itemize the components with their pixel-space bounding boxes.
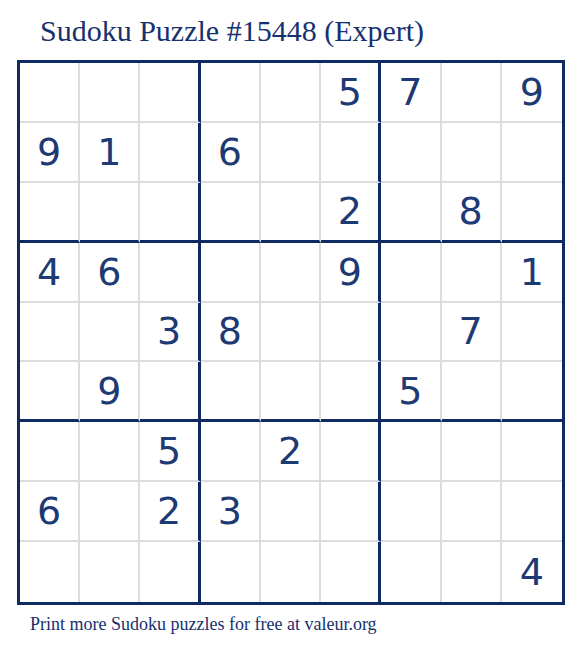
cell-r2c2: 1 [80,123,140,183]
cell-r3c8: 8 [442,183,502,243]
cell-r8c9[interactable] [502,482,562,542]
cell-r4c5[interactable] [261,243,321,303]
cell-r8c5[interactable] [261,482,321,542]
cell-r9c7[interactable] [381,542,441,602]
cell-r9c2[interactable] [80,542,140,602]
cell-r2c3[interactable] [140,123,200,183]
cell-r3c6: 2 [321,183,381,243]
cell-r7c2[interactable] [80,422,140,482]
page-title: Sudoku Puzzle #15448 (Expert) [40,14,424,48]
cell-r3c2[interactable] [80,183,140,243]
cell-r9c5[interactable] [261,542,321,602]
cell-r1c6: 5 [321,63,381,123]
cell-r5c7[interactable] [381,303,441,363]
cell-r7c4[interactable] [201,422,261,482]
cell-r5c8: 7 [442,303,502,363]
sudoku-board: 57991628469138795526234 [17,60,565,605]
cell-r2c7[interactable] [381,123,441,183]
footer-text: Print more Sudoku puzzles for free at va… [30,614,377,635]
cell-r3c3[interactable] [140,183,200,243]
cell-r1c7: 7 [381,63,441,123]
cell-r1c2[interactable] [80,63,140,123]
cell-r5c5[interactable] [261,303,321,363]
cell-r5c3: 3 [140,303,200,363]
cell-r6c8[interactable] [442,362,502,422]
cell-r8c2[interactable] [80,482,140,542]
cell-r8c7[interactable] [381,482,441,542]
cell-r5c6[interactable] [321,303,381,363]
cell-r2c9[interactable] [502,123,562,183]
cell-r2c6[interactable] [321,123,381,183]
cell-r7c7[interactable] [381,422,441,482]
cell-r1c4[interactable] [201,63,261,123]
cell-r3c9[interactable] [502,183,562,243]
cell-r6c6[interactable] [321,362,381,422]
cell-r5c4: 8 [201,303,261,363]
cell-r2c8[interactable] [442,123,502,183]
cell-r2c4: 6 [201,123,261,183]
cell-r3c1[interactable] [20,183,80,243]
cell-r7c1[interactable] [20,422,80,482]
cell-r5c1[interactable] [20,303,80,363]
cell-r5c2[interactable] [80,303,140,363]
cell-r7c8[interactable] [442,422,502,482]
cell-r6c3[interactable] [140,362,200,422]
cell-r4c4[interactable] [201,243,261,303]
cell-r4c3[interactable] [140,243,200,303]
page-root: Sudoku Puzzle #15448 (Expert) 5799162846… [0,0,580,651]
cell-r7c3: 5 [140,422,200,482]
cell-r1c9: 9 [502,63,562,123]
cell-r6c1[interactable] [20,362,80,422]
cell-r4c1: 4 [20,243,80,303]
cell-r7c9[interactable] [502,422,562,482]
cell-r9c9: 4 [502,542,562,602]
cell-r1c5[interactable] [261,63,321,123]
cell-r9c6[interactable] [321,542,381,602]
cell-r1c3[interactable] [140,63,200,123]
cell-r1c1[interactable] [20,63,80,123]
cell-r4c9: 1 [502,243,562,303]
cell-r4c8[interactable] [442,243,502,303]
cell-r6c4[interactable] [201,362,261,422]
cell-r6c7: 5 [381,362,441,422]
cell-r4c7[interactable] [381,243,441,303]
cell-r5c9[interactable] [502,303,562,363]
cell-r9c3[interactable] [140,542,200,602]
cell-r4c6: 9 [321,243,381,303]
cell-r2c5[interactable] [261,123,321,183]
cell-r8c3: 2 [140,482,200,542]
cell-r6c9[interactable] [502,362,562,422]
cell-r8c6[interactable] [321,482,381,542]
cell-r8c8[interactable] [442,482,502,542]
cell-r3c4[interactable] [201,183,261,243]
cell-r8c1: 6 [20,482,80,542]
cell-r8c4: 3 [201,482,261,542]
cell-r6c2: 9 [80,362,140,422]
cell-r4c2: 6 [80,243,140,303]
cell-r2c1: 9 [20,123,80,183]
cell-r7c5: 2 [261,422,321,482]
cell-r1c8[interactable] [442,63,502,123]
cell-r6c5[interactable] [261,362,321,422]
sudoku-grid: 57991628469138795526234 [20,63,562,602]
cell-r9c1[interactable] [20,542,80,602]
cell-r7c6[interactable] [321,422,381,482]
cell-r9c4[interactable] [201,542,261,602]
cell-r3c5[interactable] [261,183,321,243]
cell-r3c7[interactable] [381,183,441,243]
cell-r9c8[interactable] [442,542,502,602]
